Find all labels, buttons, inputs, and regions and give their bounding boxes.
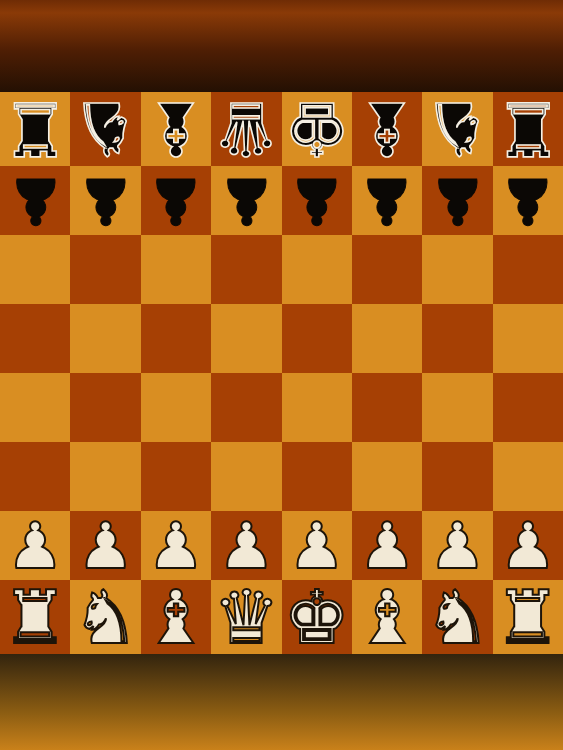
square-e3[interactable] [282, 442, 352, 511]
square-c6[interactable] [141, 235, 211, 304]
square-f1[interactable]: ♝ [352, 580, 422, 654]
square-d7[interactable]: ♟ [211, 166, 281, 235]
square-b4[interactable] [70, 373, 140, 442]
square-b1[interactable]: ♞ [70, 580, 140, 654]
square-f6[interactable] [352, 235, 422, 304]
square-a3[interactable] [0, 442, 70, 511]
square-a2[interactable]: ♟ [0, 511, 70, 580]
square-e6[interactable] [282, 235, 352, 304]
black-rook-icon: ♜ [495, 92, 561, 166]
white-pawn-icon: ♟ [288, 514, 345, 578]
white-queen-icon: ♛ [213, 580, 279, 654]
white-rook-icon: ♜ [2, 580, 68, 654]
black-rook-icon: ♜ [2, 92, 68, 166]
white-pawn-icon: ♟ [429, 514, 486, 578]
black-bishop-icon: ♝ [143, 92, 209, 166]
square-a4[interactable] [0, 373, 70, 442]
square-b5[interactable] [70, 304, 140, 373]
square-h2[interactable]: ♟ [493, 511, 563, 580]
white-pawn-icon: ♟ [7, 514, 64, 578]
black-pawn-icon: ♟ [147, 169, 204, 233]
square-g4[interactable] [422, 373, 492, 442]
square-c8[interactable]: ♝ [141, 92, 211, 166]
square-c2[interactable]: ♟ [141, 511, 211, 580]
square-f8[interactable]: ♝ [352, 92, 422, 166]
square-b2[interactable]: ♟ [70, 511, 140, 580]
square-e8[interactable]: ♚ [282, 92, 352, 166]
square-f5[interactable] [352, 304, 422, 373]
square-h7[interactable]: ♟ [493, 166, 563, 235]
black-pawn-icon: ♟ [218, 169, 275, 233]
square-h1[interactable]: ♜ [493, 580, 563, 654]
table-background-top [0, 0, 563, 92]
square-c5[interactable] [141, 304, 211, 373]
square-d4[interactable] [211, 373, 281, 442]
square-g2[interactable]: ♟ [422, 511, 492, 580]
square-d6[interactable] [211, 235, 281, 304]
white-pawn-icon: ♟ [358, 514, 415, 578]
square-g6[interactable] [422, 235, 492, 304]
black-pawn-icon: ♟ [7, 169, 64, 233]
square-g5[interactable] [422, 304, 492, 373]
square-b8[interactable]: ♞ [70, 92, 140, 166]
black-pawn-icon: ♟ [288, 169, 345, 233]
square-e4[interactable] [282, 373, 352, 442]
square-h8[interactable]: ♜ [493, 92, 563, 166]
square-e7[interactable]: ♟ [282, 166, 352, 235]
square-b6[interactable] [70, 235, 140, 304]
square-h3[interactable] [493, 442, 563, 511]
square-d8[interactable]: ♛ [211, 92, 281, 166]
black-knight-icon: ♞ [424, 92, 490, 166]
black-pawn-icon: ♟ [499, 169, 556, 233]
square-f7[interactable]: ♟ [352, 166, 422, 235]
black-bishop-icon: ♝ [354, 92, 420, 166]
square-h4[interactable] [493, 373, 563, 442]
white-pawn-icon: ♟ [499, 514, 556, 578]
square-c3[interactable] [141, 442, 211, 511]
black-knight-icon: ♞ [72, 92, 138, 166]
square-c7[interactable]: ♟ [141, 166, 211, 235]
black-king-icon: ♚ [284, 92, 350, 166]
square-h6[interactable] [493, 235, 563, 304]
square-e1[interactable]: ♚ [282, 580, 352, 654]
chess-app-screen: ♜♞♝♛♚♝♞♜♟♟♟♟♟♟♟♟♟♟♟♟♟♟♟♟♜♞♝♛♚♝♞♜ [0, 0, 563, 750]
square-c4[interactable] [141, 373, 211, 442]
square-a5[interactable] [0, 304, 70, 373]
square-d5[interactable] [211, 304, 281, 373]
square-a8[interactable]: ♜ [0, 92, 70, 166]
square-f2[interactable]: ♟ [352, 511, 422, 580]
square-g1[interactable]: ♞ [422, 580, 492, 654]
white-pawn-icon: ♟ [147, 514, 204, 578]
black-queen-icon: ♛ [213, 92, 279, 166]
white-rook-icon: ♜ [495, 580, 561, 654]
square-a1[interactable]: ♜ [0, 580, 70, 654]
square-g3[interactable] [422, 442, 492, 511]
white-bishop-icon: ♝ [354, 580, 420, 654]
table-background-bottom [0, 654, 563, 750]
square-f4[interactable] [352, 373, 422, 442]
square-e2[interactable]: ♟ [282, 511, 352, 580]
chess-board: ♜♞♝♛♚♝♞♜♟♟♟♟♟♟♟♟♟♟♟♟♟♟♟♟♜♞♝♛♚♝♞♜ [0, 92, 563, 654]
square-b7[interactable]: ♟ [70, 166, 140, 235]
white-king-icon: ♚ [284, 580, 350, 654]
white-pawn-icon: ♟ [77, 514, 134, 578]
square-a7[interactable]: ♟ [0, 166, 70, 235]
square-g8[interactable]: ♞ [422, 92, 492, 166]
white-knight-icon: ♞ [72, 580, 138, 654]
black-pawn-icon: ♟ [358, 169, 415, 233]
white-knight-icon: ♞ [424, 580, 490, 654]
white-bishop-icon: ♝ [143, 580, 209, 654]
square-h5[interactable] [493, 304, 563, 373]
white-pawn-icon: ♟ [218, 514, 275, 578]
black-pawn-icon: ♟ [77, 169, 134, 233]
square-a6[interactable] [0, 235, 70, 304]
square-d2[interactable]: ♟ [211, 511, 281, 580]
square-d1[interactable]: ♛ [211, 580, 281, 654]
square-c1[interactable]: ♝ [141, 580, 211, 654]
black-pawn-icon: ♟ [429, 169, 486, 233]
square-g7[interactable]: ♟ [422, 166, 492, 235]
square-d3[interactable] [211, 442, 281, 511]
square-f3[interactable] [352, 442, 422, 511]
square-b3[interactable] [70, 442, 140, 511]
square-e5[interactable] [282, 304, 352, 373]
